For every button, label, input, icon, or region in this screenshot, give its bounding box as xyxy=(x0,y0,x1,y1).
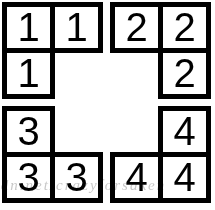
cell-value: 4 xyxy=(173,157,195,197)
cell-r1c2: 1 xyxy=(50,2,103,53)
cell-r4c3: 4 xyxy=(110,152,163,203)
cell-value: 2 xyxy=(173,7,195,47)
cell-r2c4: 2 xyxy=(158,48,211,99)
cell-value: 3 xyxy=(17,111,39,151)
cell-value: 3 xyxy=(65,157,87,197)
cell-value: 2 xyxy=(125,7,147,47)
cell-value: 3 xyxy=(17,157,39,197)
cell-r1c4: 2 xyxy=(158,2,211,53)
cell-value: 4 xyxy=(173,111,195,151)
cell-r4c1: 3 xyxy=(2,152,55,203)
cell-value: 4 xyxy=(125,157,147,197)
cell-r4c2: 3 xyxy=(50,152,103,203)
cell-value: 1 xyxy=(17,53,39,93)
cell-r2c1: 1 xyxy=(2,48,55,99)
tromino-board: sdn.net/crazyforsaken 112212343344 xyxy=(0,0,215,210)
cell-value: 2 xyxy=(173,53,195,93)
cell-r4c4: 4 xyxy=(158,152,211,203)
cell-r1c3: 2 xyxy=(110,2,163,53)
cell-value: 1 xyxy=(17,7,39,47)
cell-value: 1 xyxy=(65,7,87,47)
cell-r3c1: 3 xyxy=(2,106,55,157)
cell-r1c1: 1 xyxy=(2,2,55,53)
cell-r3c4: 4 xyxy=(158,106,211,157)
